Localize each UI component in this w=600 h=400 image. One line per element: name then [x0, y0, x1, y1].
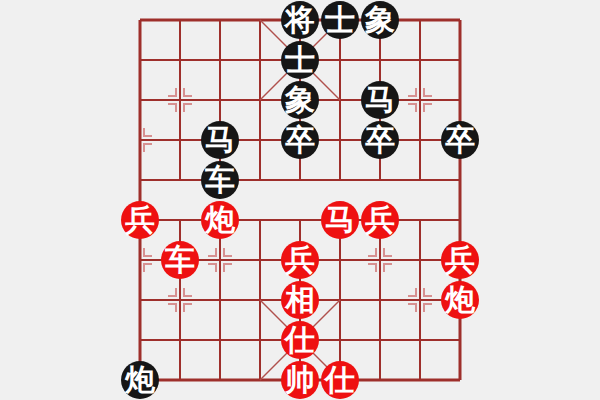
board-point-0-2	[120, 80, 160, 120]
board-point-4-6: 兵	[280, 240, 320, 280]
board-point-6-7	[360, 280, 400, 320]
board-point-1-7	[160, 280, 200, 320]
board-point-3-2	[240, 80, 280, 120]
board-point-8-5	[440, 200, 480, 240]
board-point-6-3: 卒	[360, 120, 400, 160]
red-advisor[interactable]: 仕	[321, 361, 359, 399]
board-point-0-5: 兵	[120, 200, 160, 240]
board-point-2-4: 车	[200, 160, 240, 200]
board-point-3-7	[240, 280, 280, 320]
board-point-2-8	[200, 320, 240, 360]
board-point-3-4	[240, 160, 280, 200]
board-point-4-1: 士	[280, 40, 320, 80]
board-point-5-4	[320, 160, 360, 200]
board-point-1-9	[160, 360, 200, 400]
black-chariot[interactable]: 车	[201, 161, 239, 199]
board-point-2-5: 炮	[200, 200, 240, 240]
red-chariot[interactable]: 车	[161, 241, 199, 279]
board-point-1-0	[160, 0, 200, 40]
board-point-6-2: 马	[360, 80, 400, 120]
board-point-2-1	[200, 40, 240, 80]
board-point-0-4	[120, 160, 160, 200]
black-horse[interactable]: 马	[361, 81, 399, 119]
board-point-4-5	[280, 200, 320, 240]
board-point-5-9: 仕	[320, 360, 360, 400]
red-elephant[interactable]: 相	[281, 281, 319, 319]
board-point-2-9	[200, 360, 240, 400]
red-soldier[interactable]: 兵	[441, 241, 479, 279]
board-point-2-6	[200, 240, 240, 280]
board-point-5-3	[320, 120, 360, 160]
board-point-8-2	[440, 80, 480, 120]
xiangqi-board: 将士象士象马马卒卒卒车兵炮马兵车兵兵相炮仕炮帅仕	[0, 0, 600, 400]
board-point-4-8: 仕	[280, 320, 320, 360]
board-point-3-3	[240, 120, 280, 160]
board-point-7-8	[400, 320, 440, 360]
board-point-0-7	[120, 280, 160, 320]
board-point-3-9	[240, 360, 280, 400]
board-point-4-0: 将	[280, 0, 320, 40]
board-point-5-0: 士	[320, 0, 360, 40]
board-point-7-9	[400, 360, 440, 400]
board-point-4-7: 相	[280, 280, 320, 320]
board-point-7-6	[400, 240, 440, 280]
board-point-2-0	[200, 0, 240, 40]
board-point-8-6: 兵	[440, 240, 480, 280]
board-point-3-8	[240, 320, 280, 360]
board-point-5-5: 马	[320, 200, 360, 240]
board-point-5-6	[320, 240, 360, 280]
black-soldier[interactable]: 卒	[281, 121, 319, 159]
black-elephant[interactable]: 象	[281, 81, 319, 119]
board-point-8-0	[440, 0, 480, 40]
black-soldier[interactable]: 卒	[441, 121, 479, 159]
board-point-5-2	[320, 80, 360, 120]
board-point-6-4	[360, 160, 400, 200]
board-point-4-9: 帅	[280, 360, 320, 400]
board-point-7-2	[400, 80, 440, 120]
board-point-4-2: 象	[280, 80, 320, 120]
board-point-1-3	[160, 120, 200, 160]
red-soldier[interactable]: 兵	[281, 241, 319, 279]
board-point-3-0	[240, 0, 280, 40]
board-point-6-6	[360, 240, 400, 280]
black-horse[interactable]: 马	[201, 121, 239, 159]
red-general[interactable]: 帅	[281, 361, 319, 399]
black-advisor[interactable]: 士	[321, 1, 359, 39]
red-horse[interactable]: 马	[321, 201, 359, 239]
board-point-0-6	[120, 240, 160, 280]
board-grid: 将士象士象马马卒卒卒车兵炮马兵车兵兵相炮仕炮帅仕	[120, 0, 480, 400]
board-point-2-2	[200, 80, 240, 120]
red-cannon[interactable]: 炮	[441, 281, 479, 319]
red-soldier[interactable]: 兵	[361, 201, 399, 239]
board-point-7-5	[400, 200, 440, 240]
board-point-8-1	[440, 40, 480, 80]
board-point-0-8	[120, 320, 160, 360]
board-point-7-7	[400, 280, 440, 320]
black-general[interactable]: 将	[281, 1, 319, 39]
black-elephant[interactable]: 象	[361, 1, 399, 39]
board-point-4-4	[280, 160, 320, 200]
red-advisor[interactable]: 仕	[281, 321, 319, 359]
board-point-2-3: 马	[200, 120, 240, 160]
board-point-6-8	[360, 320, 400, 360]
board-point-2-7	[200, 280, 240, 320]
board-point-8-7: 炮	[440, 280, 480, 320]
board-point-1-6: 车	[160, 240, 200, 280]
board-point-8-9	[440, 360, 480, 400]
black-soldier[interactable]: 卒	[361, 121, 399, 159]
board-point-0-0	[120, 0, 160, 40]
board-point-5-8	[320, 320, 360, 360]
board-point-7-3	[400, 120, 440, 160]
board-point-3-5	[240, 200, 280, 240]
board-point-6-9	[360, 360, 400, 400]
board-point-3-1	[240, 40, 280, 80]
board-point-1-4	[160, 160, 200, 200]
black-cannon[interactable]: 炮	[121, 361, 159, 399]
board-point-7-1	[400, 40, 440, 80]
board-point-1-1	[160, 40, 200, 80]
board-point-7-4	[400, 160, 440, 200]
red-soldier[interactable]: 兵	[121, 201, 159, 239]
board-point-5-7	[320, 280, 360, 320]
board-point-1-2	[160, 80, 200, 120]
board-point-3-6	[240, 240, 280, 280]
black-advisor[interactable]: 士	[281, 41, 319, 79]
board-point-8-4	[440, 160, 480, 200]
board-point-6-1	[360, 40, 400, 80]
board-point-0-3	[120, 120, 160, 160]
board-point-8-8	[440, 320, 480, 360]
board-point-6-0: 象	[360, 0, 400, 40]
board-point-7-0	[400, 0, 440, 40]
board-point-0-1	[120, 40, 160, 80]
board-point-5-1	[320, 40, 360, 80]
board-point-1-5	[160, 200, 200, 240]
red-cannon[interactable]: 炮	[201, 201, 239, 239]
board-point-1-8	[160, 320, 200, 360]
board-point-4-3: 卒	[280, 120, 320, 160]
board-point-8-3: 卒	[440, 120, 480, 160]
board-point-6-5: 兵	[360, 200, 400, 240]
board-point-0-9: 炮	[120, 360, 160, 400]
